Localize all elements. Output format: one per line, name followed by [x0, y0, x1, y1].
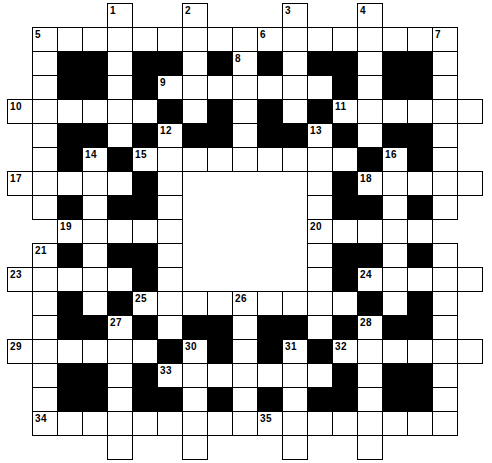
clue-number: 31 [285, 341, 297, 352]
white-cell[interactable] [357, 75, 383, 100]
clue-number: 24 [360, 269, 372, 280]
white-cell[interactable] [357, 435, 383, 460]
white-cell[interactable]: 29 [7, 339, 33, 364]
white-cell[interactable] [232, 363, 258, 388]
white-cell[interactable]: 12 [157, 123, 183, 148]
clue-number: 5 [35, 29, 41, 40]
white-cell[interactable] [357, 411, 383, 436]
block-cell [182, 315, 208, 340]
white-cell[interactable]: 5 [32, 27, 58, 52]
white-cell[interactable] [457, 171, 483, 196]
block-cell [332, 195, 358, 220]
white-cell[interactable] [82, 243, 108, 268]
white-cell[interactable] [107, 171, 133, 196]
white-cell[interactable] [232, 27, 258, 52]
white-cell[interactable] [382, 27, 408, 52]
block-cell [132, 243, 158, 268]
white-cell[interactable]: 11 [332, 99, 358, 124]
white-cell[interactable] [157, 291, 183, 316]
white-cell[interactable] [282, 291, 308, 316]
block-cell [207, 315, 233, 340]
white-cell[interactable] [382, 411, 408, 436]
white-cell[interactable] [82, 219, 108, 244]
white-cell[interactable] [432, 51, 458, 76]
white-cell[interactable] [307, 147, 333, 172]
white-cell[interactable] [407, 339, 433, 364]
white-cell[interactable] [107, 27, 133, 52]
white-cell[interactable]: 34 [32, 411, 58, 436]
white-cell[interactable]: 15 [132, 147, 158, 172]
white-cell[interactable]: 3 [282, 3, 308, 28]
clue-number: 9 [160, 77, 166, 88]
block-cell [382, 387, 408, 412]
white-cell[interactable] [207, 363, 233, 388]
block-cell [132, 267, 158, 292]
block-cell [382, 123, 408, 148]
white-cell[interactable]: 32 [332, 339, 358, 364]
white-cell[interactable]: 1 [107, 3, 133, 28]
block-cell [57, 147, 83, 172]
block-cell [132, 171, 158, 196]
white-cell[interactable] [32, 123, 58, 148]
clue-number: 12 [160, 125, 172, 136]
white-cell[interactable] [157, 267, 183, 292]
white-cell[interactable] [182, 99, 208, 124]
white-cell[interactable] [432, 291, 458, 316]
white-cell[interactable] [382, 291, 408, 316]
white-cell[interactable] [57, 99, 83, 124]
clue-number: 16 [385, 149, 397, 160]
white-cell[interactable] [307, 243, 333, 268]
white-cell[interactable] [307, 75, 333, 100]
white-cell[interactable] [307, 171, 333, 196]
clue-number: 30 [185, 341, 197, 352]
white-cell[interactable] [407, 267, 433, 292]
block-cell [82, 363, 108, 388]
white-cell[interactable] [32, 387, 58, 412]
clue-number: 15 [135, 149, 147, 160]
white-cell[interactable] [32, 291, 58, 316]
block-cell [157, 99, 183, 124]
white-cell[interactable] [332, 219, 358, 244]
white-cell[interactable]: 2 [182, 3, 208, 28]
white-cell[interactable] [282, 387, 308, 412]
white-cell[interactable] [207, 27, 233, 52]
white-cell[interactable] [457, 267, 483, 292]
block-cell [57, 75, 83, 100]
white-cell[interactable] [432, 99, 458, 124]
block-cell [57, 51, 83, 76]
white-cell[interactable] [282, 51, 308, 76]
white-cell[interactable] [207, 291, 233, 316]
block-cell [382, 75, 408, 100]
block-cell [157, 387, 183, 412]
block-cell [132, 387, 158, 412]
white-cell[interactable] [82, 27, 108, 52]
white-cell[interactable] [332, 291, 358, 316]
white-cell[interactable] [257, 75, 283, 100]
white-cell[interactable] [432, 75, 458, 100]
white-cell[interactable]: 10 [7, 99, 33, 124]
white-cell[interactable] [307, 315, 333, 340]
block-cell [207, 51, 233, 76]
white-cell[interactable] [407, 411, 433, 436]
clue-number: 25 [135, 293, 147, 304]
white-cell[interactable] [232, 339, 258, 364]
white-cell[interactable] [132, 99, 158, 124]
block-cell [107, 195, 133, 220]
white-cell[interactable]: 24 [357, 267, 383, 292]
white-cell[interactable]: 9 [157, 75, 183, 100]
white-cell[interactable] [307, 363, 333, 388]
block-cell [407, 291, 433, 316]
block-cell [132, 315, 158, 340]
white-cell[interactable]: 33 [157, 363, 183, 388]
white-cell[interactable] [407, 171, 433, 196]
white-cell[interactable] [432, 195, 458, 220]
block-cell [282, 123, 308, 148]
block-cell [307, 51, 333, 76]
white-cell[interactable]: 7 [432, 27, 458, 52]
block-cell [82, 315, 108, 340]
clue-number: 26 [235, 293, 247, 304]
block-cell [157, 51, 183, 76]
white-cell[interactable] [107, 363, 133, 388]
clue-number: 3 [285, 5, 291, 16]
white-cell[interactable] [82, 411, 108, 436]
white-cell[interactable] [107, 387, 133, 412]
white-cell[interactable]: 23 [7, 267, 33, 292]
white-cell[interactable] [307, 195, 333, 220]
block-cell [357, 195, 383, 220]
white-cell[interactable] [307, 27, 333, 52]
white-cell[interactable] [157, 243, 183, 268]
white-cell[interactable]: 8 [232, 51, 258, 76]
white-cell[interactable] [157, 411, 183, 436]
white-cell[interactable] [332, 27, 358, 52]
white-cell[interactable] [232, 99, 258, 124]
block-cell [107, 291, 133, 316]
white-cell[interactable] [282, 411, 308, 436]
white-cell[interactable] [82, 339, 108, 364]
white-cell[interactable] [357, 363, 383, 388]
clue-number: 35 [260, 413, 272, 424]
clue-number: 13 [310, 125, 322, 136]
white-cell[interactable] [107, 123, 133, 148]
white-cell[interactable] [132, 219, 158, 244]
white-cell[interactable] [232, 123, 258, 148]
block-cell [332, 363, 358, 388]
block-cell [332, 267, 358, 292]
white-cell[interactable] [82, 99, 108, 124]
white-cell[interactable] [432, 411, 458, 436]
block-cell [82, 123, 108, 148]
white-cell[interactable] [107, 267, 133, 292]
white-cell[interactable] [82, 267, 108, 292]
white-cell[interactable] [432, 171, 458, 196]
white-cell[interactable]: 18 [357, 171, 383, 196]
block-cell [307, 99, 333, 124]
clue-number: 10 [10, 101, 22, 112]
white-cell[interactable] [107, 339, 133, 364]
block-cell [257, 99, 283, 124]
block-cell [207, 99, 233, 124]
white-cell[interactable] [32, 339, 58, 364]
white-cell[interactable] [32, 315, 58, 340]
clue-number: 28 [360, 317, 372, 328]
white-cell[interactable] [382, 219, 408, 244]
white-cell[interactable] [182, 27, 208, 52]
block-cell [407, 243, 433, 268]
block-cell [407, 195, 433, 220]
block-cell [132, 51, 158, 76]
clue-number: 34 [35, 413, 47, 424]
white-cell[interactable] [282, 363, 308, 388]
white-cell[interactable] [157, 171, 183, 196]
white-cell[interactable] [307, 267, 333, 292]
white-cell[interactable] [457, 339, 483, 364]
block-cell [207, 339, 233, 364]
white-cell[interactable] [382, 243, 408, 268]
white-cell[interactable] [82, 291, 108, 316]
white-cell[interactable]: 30 [182, 339, 208, 364]
crossword-grid: 1234567891011121314151617181920212324252… [0, 0, 492, 463]
white-cell[interactable] [332, 147, 358, 172]
white-cell[interactable] [182, 435, 208, 460]
white-cell[interactable]: 16 [382, 147, 408, 172]
white-cell[interactable]: 14 [82, 147, 108, 172]
white-cell[interactable] [357, 339, 383, 364]
block-cell [57, 291, 83, 316]
block-cell [182, 123, 208, 148]
white-cell[interactable] [357, 27, 383, 52]
block-cell [382, 315, 408, 340]
white-cell[interactable]: 26 [232, 291, 258, 316]
block-cell [257, 387, 283, 412]
clue-number: 18 [360, 173, 372, 184]
white-cell[interactable] [32, 363, 58, 388]
block-cell [332, 123, 358, 148]
clue-number: 2 [185, 5, 191, 16]
block-cell [57, 363, 83, 388]
white-cell[interactable] [407, 99, 433, 124]
white-cell[interactable] [182, 387, 208, 412]
white-cell[interactable] [382, 99, 408, 124]
block-cell [257, 123, 283, 148]
block-cell [57, 195, 83, 220]
white-cell[interactable] [107, 219, 133, 244]
white-cell[interactable]: 28 [357, 315, 383, 340]
white-cell[interactable] [157, 147, 183, 172]
block-cell [307, 387, 333, 412]
block-cell [107, 243, 133, 268]
white-cell[interactable] [282, 27, 308, 52]
white-cell[interactable]: 21 [32, 243, 58, 268]
block-cell [332, 315, 358, 340]
white-cell[interactable] [232, 75, 258, 100]
block-cell [407, 123, 433, 148]
white-cell[interactable] [382, 171, 408, 196]
white-cell[interactable]: 20 [307, 219, 333, 244]
white-cell[interactable] [132, 411, 158, 436]
white-cell[interactable]: 6 [257, 27, 283, 52]
block-cell [132, 75, 158, 100]
block-cell [407, 51, 433, 76]
white-cell[interactable] [182, 291, 208, 316]
white-cell[interactable] [257, 291, 283, 316]
block-cell [332, 51, 358, 76]
block-cell [132, 363, 158, 388]
white-cell[interactable] [282, 147, 308, 172]
white-cell[interactable] [307, 411, 333, 436]
white-cell[interactable] [32, 195, 58, 220]
white-cell[interactable]: 27 [107, 315, 133, 340]
block-cell [282, 315, 308, 340]
white-cell[interactable] [32, 147, 58, 172]
white-cell[interactable] [57, 411, 83, 436]
white-cell[interactable] [182, 75, 208, 100]
block-cell [382, 51, 408, 76]
clue-number: 8 [235, 53, 241, 64]
white-cell[interactable] [432, 315, 458, 340]
white-cell[interactable] [82, 171, 108, 196]
white-cell[interactable] [382, 339, 408, 364]
white-cell[interactable]: 19 [57, 219, 83, 244]
white-cell[interactable] [357, 99, 383, 124]
clue-number: 21 [35, 245, 47, 256]
clue-number: 1 [110, 5, 116, 16]
white-cell[interactable] [207, 411, 233, 436]
white-cell[interactable] [332, 411, 358, 436]
block-cell [407, 363, 433, 388]
white-cell[interactable] [232, 315, 258, 340]
block-cell [257, 315, 283, 340]
block-cell [57, 315, 83, 340]
white-cell[interactable] [57, 267, 83, 292]
white-cell[interactable] [432, 147, 458, 172]
white-cell[interactable] [232, 411, 258, 436]
block-cell [82, 387, 108, 412]
clue-number: 32 [335, 341, 347, 352]
block-cell [257, 51, 283, 76]
white-cell[interactable] [457, 99, 483, 124]
clue-number: 19 [60, 221, 72, 232]
white-cell[interactable] [432, 267, 458, 292]
white-cell[interactable] [107, 75, 133, 100]
clue-number: 23 [10, 269, 22, 280]
white-cell[interactable] [357, 219, 383, 244]
block-cell [357, 147, 383, 172]
white-cell[interactable] [357, 123, 383, 148]
white-cell[interactable] [232, 387, 258, 412]
white-cell[interactable] [407, 219, 433, 244]
white-cell[interactable] [182, 363, 208, 388]
white-cell[interactable] [207, 75, 233, 100]
white-cell[interactable]: 13 [307, 123, 333, 148]
white-cell[interactable] [432, 339, 458, 364]
white-cell[interactable]: 17 [7, 171, 33, 196]
white-cell[interactable] [32, 267, 58, 292]
white-cell[interactable] [82, 195, 108, 220]
white-cell[interactable] [257, 363, 283, 388]
white-cell[interactable] [407, 27, 433, 52]
white-cell[interactable] [282, 99, 308, 124]
white-cell[interactable] [157, 219, 183, 244]
white-cell[interactable] [157, 315, 183, 340]
white-cell[interactable] [382, 195, 408, 220]
white-cell[interactable]: 4 [357, 3, 383, 28]
white-cell[interactable] [432, 123, 458, 148]
white-cell[interactable] [107, 99, 133, 124]
white-cell[interactable] [157, 27, 183, 52]
block-cell [332, 243, 358, 268]
block-cell [82, 75, 108, 100]
block-cell [407, 147, 433, 172]
white-cell[interactable] [132, 27, 158, 52]
white-cell[interactable] [57, 171, 83, 196]
block-cell [357, 243, 383, 268]
block-cell [107, 147, 133, 172]
block-cell [382, 363, 408, 388]
white-cell[interactable] [32, 51, 58, 76]
white-cell[interactable] [57, 339, 83, 364]
white-cell[interactable] [57, 27, 83, 52]
block-cell [332, 171, 358, 196]
white-cell[interactable]: 25 [132, 291, 158, 316]
block-cell [82, 51, 108, 76]
white-cell[interactable] [307, 291, 333, 316]
white-cell[interactable] [432, 363, 458, 388]
white-cell[interactable] [432, 243, 458, 268]
white-cell[interactable] [107, 411, 133, 436]
white-cell[interactable] [382, 267, 408, 292]
white-cell[interactable] [107, 51, 133, 76]
white-cell[interactable] [157, 195, 183, 220]
block-cell [407, 75, 433, 100]
white-cell[interactable] [232, 147, 258, 172]
white-cell[interactable] [282, 435, 308, 460]
white-cell[interactable] [282, 75, 308, 100]
block-cell [332, 75, 358, 100]
white-cell[interactable] [182, 411, 208, 436]
white-cell[interactable] [32, 99, 58, 124]
white-cell[interactable] [32, 171, 58, 196]
block-cell [332, 387, 358, 412]
white-cell[interactable]: 35 [257, 411, 283, 436]
white-cell[interactable] [182, 147, 208, 172]
block-cell [57, 243, 83, 268]
white-cell[interactable] [107, 435, 133, 460]
white-cell[interactable] [132, 339, 158, 364]
block-cell [407, 387, 433, 412]
block-cell [207, 123, 233, 148]
white-cell[interactable] [357, 51, 383, 76]
white-cell[interactable] [357, 387, 383, 412]
block-cell [407, 315, 433, 340]
white-cell[interactable]: 31 [282, 339, 308, 364]
white-cell[interactable] [32, 75, 58, 100]
white-cell[interactable] [182, 51, 208, 76]
white-cell[interactable] [207, 147, 233, 172]
block-cell [357, 291, 383, 316]
clue-number: 4 [360, 5, 366, 16]
white-cell[interactable] [257, 147, 283, 172]
block-cell [207, 387, 233, 412]
block-cell [307, 339, 333, 364]
white-cell[interactable] [432, 387, 458, 412]
clue-number: 14 [85, 149, 97, 160]
block-cell [132, 195, 158, 220]
